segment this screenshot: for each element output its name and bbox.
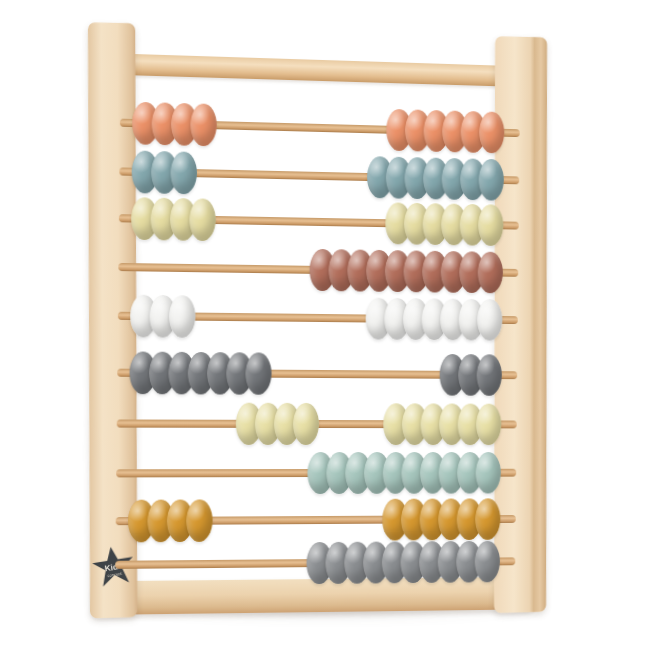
left-bead-group — [236, 403, 320, 445]
bead-row-6 — [129, 349, 502, 397]
bead-dark-grey[interactable] — [245, 352, 272, 394]
bead-pale-yellow[interactable] — [189, 198, 216, 241]
bead-row-8 — [128, 450, 501, 497]
right-bead-group — [386, 109, 504, 154]
bead-row-7 — [129, 400, 502, 447]
right-bead-group — [367, 156, 504, 201]
bead-row-1 — [132, 100, 505, 156]
brand-text-line2: concept — [107, 570, 122, 577]
bead-pale-yellow[interactable] — [293, 403, 319, 445]
right-bead-group — [385, 202, 503, 246]
right-bead-group — [382, 498, 500, 540]
abacus-board: Kids concept — [86, 22, 550, 618]
bead-row-5 — [130, 293, 503, 343]
bead-row-3 — [131, 195, 504, 248]
left-bead-group — [128, 499, 213, 542]
right-bead-group — [383, 403, 501, 445]
right-bead-group — [307, 452, 501, 494]
bead-pale-yellow[interactable] — [478, 204, 504, 246]
bead-steel-blue[interactable] — [478, 159, 504, 201]
bead-row-2 — [131, 148, 504, 202]
abacus-photo: Kids concept — [0, 0, 650, 650]
bead-coral[interactable] — [479, 111, 505, 153]
right-bead-group — [309, 249, 503, 294]
bead-white[interactable] — [169, 295, 196, 338]
bead-terracotta[interactable] — [477, 252, 503, 294]
left-bead-group — [132, 102, 217, 147]
bead-coral[interactable] — [190, 103, 217, 146]
bead-mint[interactable] — [475, 452, 501, 493]
left-bead-group — [130, 295, 196, 338]
bead-dark-grey[interactable] — [476, 354, 502, 396]
rows-layer — [86, 22, 550, 618]
left-bead-group — [131, 197, 216, 241]
bead-row-4 — [130, 244, 503, 296]
bead-mustard[interactable] — [186, 499, 213, 542]
right-bead-group — [365, 298, 502, 341]
bead-pale-yellow[interactable] — [476, 404, 502, 445]
bead-white[interactable] — [477, 299, 503, 341]
bead-steel-blue[interactable] — [170, 151, 197, 194]
bead-row-9 — [128, 496, 501, 544]
bead-grey[interactable] — [474, 541, 500, 583]
left-bead-group — [131, 150, 197, 194]
right-bead-group — [439, 354, 502, 396]
right-bead-group — [306, 541, 500, 584]
bead-mustard[interactable] — [475, 498, 501, 540]
left-bead-group — [129, 351, 271, 394]
